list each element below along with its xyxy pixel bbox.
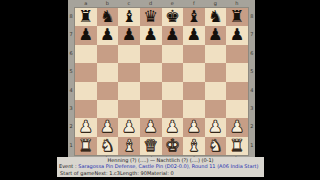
white-pawn-piece: ♟: [140, 118, 162, 136]
board-grid: ♜♞♝♛♚♝♞♜♟♟♟♟♟♟♟♟♟♟♟♟♟♟♟♟♜♞♝♛♚♝♞♜: [74, 7, 249, 156]
white-rook-piece: ♜: [75, 137, 97, 155]
square-b8[interactable]: ♞: [97, 8, 119, 26]
square-c4[interactable]: [118, 82, 140, 100]
chess-board-applet: abcdefgh 87654321 ♜♞♝♛♚♝♞♜♟♟♟♟♟♟♟♟♟♟♟♟♟♟…: [68, 0, 255, 157]
white-pawn-piece: ♟: [226, 118, 248, 136]
square-h4[interactable]: [226, 82, 248, 100]
square-d8[interactable]: ♛: [140, 8, 162, 26]
square-f8[interactable]: ♝: [183, 8, 205, 26]
square-g5[interactable]: [205, 63, 227, 81]
white-pawn-piece: ♟: [162, 118, 184, 136]
black-bishop-piece: ♝: [118, 8, 140, 26]
video-frame: abcdefgh 87654321 ♜♞♝♛♚♝♞♜♟♟♟♟♟♟♟♟♟♟♟♟♟♟…: [0, 0, 320, 180]
square-b3[interactable]: [97, 100, 119, 118]
square-f6[interactable]: [183, 45, 205, 63]
square-f2[interactable]: ♟: [183, 118, 205, 136]
game-info-caption: Henning (?) (....) — Nachtlich (?) (....…: [57, 157, 264, 177]
white-rook-piece: ♜: [226, 137, 248, 155]
black-rook-piece: ♜: [226, 8, 248, 26]
white-pawn-piece: ♟: [183, 118, 205, 136]
rank-label-3: 3: [249, 99, 255, 117]
square-b4[interactable]: [97, 82, 119, 100]
square-a8[interactable]: ♜: [75, 8, 97, 26]
square-f4[interactable]: [183, 82, 205, 100]
white-bishop-piece: ♝: [183, 137, 205, 155]
square-e8[interactable]: ♚: [162, 8, 184, 26]
square-d5[interactable]: [140, 63, 162, 81]
square-a1[interactable]: ♜: [75, 137, 97, 155]
black-knight-piece: ♞: [205, 8, 227, 26]
white-queen-piece: ♛: [140, 137, 162, 155]
file-label-f: f: [183, 0, 205, 7]
square-c8[interactable]: ♝: [118, 8, 140, 26]
file-labels-top: abcdefgh: [68, 0, 255, 7]
square-a2[interactable]: ♟: [75, 118, 97, 136]
square-g8[interactable]: ♞: [205, 8, 227, 26]
square-e4[interactable]: [162, 82, 184, 100]
square-b1[interactable]: ♞: [97, 137, 119, 155]
square-a3[interactable]: [75, 100, 97, 118]
white-pawn-piece: ♟: [97, 118, 119, 136]
rank-label-7: 7: [249, 25, 255, 43]
square-f5[interactable]: [183, 63, 205, 81]
square-a7[interactable]: ♟: [75, 26, 97, 44]
black-queen-piece: ♛: [140, 8, 162, 26]
black-pawn-piece: ♟: [118, 26, 140, 44]
square-b7[interactable]: ♟: [97, 26, 119, 44]
square-a6[interactable]: [75, 45, 97, 63]
square-h3[interactable]: [226, 100, 248, 118]
white-pawn-piece: ♟: [205, 118, 227, 136]
black-knight-piece: ♞: [97, 8, 119, 26]
square-h2[interactable]: ♟: [226, 118, 248, 136]
square-b2[interactable]: ♟: [97, 118, 119, 136]
black-pawn-piece: ♟: [205, 26, 227, 44]
square-d1[interactable]: ♛: [140, 137, 162, 155]
square-b5[interactable]: [97, 63, 119, 81]
square-c6[interactable]: [118, 45, 140, 63]
white-pawn-piece: ♟: [75, 118, 97, 136]
next-move-field: Next: 1.c3: [94, 170, 120, 176]
square-d6[interactable]: [140, 45, 162, 63]
black-king-piece: ♚: [162, 8, 184, 26]
white-knight-piece: ♞: [205, 137, 227, 155]
square-c3[interactable]: [118, 100, 140, 118]
square-c5[interactable]: [118, 63, 140, 81]
rank-label-4: 4: [249, 81, 255, 99]
square-e5[interactable]: [162, 63, 184, 81]
black-pawn-piece: ♟: [75, 26, 97, 44]
rank-label-6: 6: [249, 44, 255, 62]
square-e1[interactable]: ♚: [162, 137, 184, 155]
black-pawn-piece: ♟: [140, 26, 162, 44]
black-rook-piece: ♜: [75, 8, 97, 26]
file-label-c: c: [118, 0, 140, 7]
material-field: Material: 0: [147, 170, 174, 176]
square-b6[interactable]: [97, 45, 119, 63]
event-text: Saragossa Pin Defense, Castle Pin (D02-0…: [78, 163, 258, 169]
square-d4[interactable]: [140, 82, 162, 100]
white-pawn-piece: ♟: [118, 118, 140, 136]
square-d3[interactable]: [140, 100, 162, 118]
status-line: Start of game Next: 1.c3 Length: 90 Mate…: [57, 170, 264, 176]
black-pawn-piece: ♟: [97, 26, 119, 44]
square-g6[interactable]: [205, 45, 227, 63]
square-e3[interactable]: [162, 100, 184, 118]
white-king-piece: ♚: [162, 137, 184, 155]
square-a5[interactable]: [75, 63, 97, 81]
square-f3[interactable]: [183, 100, 205, 118]
square-d2[interactable]: ♟: [140, 118, 162, 136]
black-pawn-piece: ♟: [162, 26, 184, 44]
square-d7[interactable]: ♟: [140, 26, 162, 44]
black-bishop-piece: ♝: [183, 8, 205, 26]
square-h5[interactable]: [226, 63, 248, 81]
square-a4[interactable]: [75, 82, 97, 100]
square-g1[interactable]: ♞: [205, 137, 227, 155]
rank-label-5: 5: [249, 62, 255, 80]
square-h6[interactable]: [226, 45, 248, 63]
file-label-g: g: [205, 0, 227, 7]
square-e2[interactable]: ♟: [162, 118, 184, 136]
square-c7[interactable]: ♟: [118, 26, 140, 44]
square-e7[interactable]: ♟: [162, 26, 184, 44]
length-field: Length: 90: [120, 170, 147, 176]
white-bishop-piece: ♝: [118, 137, 140, 155]
file-label-d: d: [140, 0, 162, 7]
square-g2[interactable]: ♟: [205, 118, 227, 136]
file-label-e: e: [161, 0, 183, 7]
rank-label-2: 2: [249, 117, 255, 135]
square-h8[interactable]: ♜: [226, 8, 248, 26]
black-pawn-piece: ♟: [226, 26, 248, 44]
square-f1[interactable]: ♝: [183, 137, 205, 155]
square-g3[interactable]: [205, 100, 227, 118]
rank-labels-right: 87654321: [249, 7, 255, 156]
square-h7[interactable]: ♟: [226, 26, 248, 44]
rank-label-8: 8: [249, 7, 255, 25]
file-label-a: a: [75, 0, 97, 7]
square-g4[interactable]: [205, 82, 227, 100]
file-label-h: h: [226, 0, 248, 7]
status-field: Start of game: [60, 170, 94, 176]
event-label: Event :: [59, 163, 77, 169]
square-e6[interactable]: [162, 45, 184, 63]
rank-label-1: 1: [249, 136, 255, 154]
black-pawn-piece: ♟: [183, 26, 205, 44]
square-g7[interactable]: ♟: [205, 26, 227, 44]
white-knight-piece: ♞: [97, 137, 119, 155]
square-h1[interactable]: ♜: [226, 137, 248, 155]
square-c2[interactable]: ♟: [118, 118, 140, 136]
file-label-b: b: [97, 0, 119, 7]
square-f7[interactable]: ♟: [183, 26, 205, 44]
square-c1[interactable]: ♝: [118, 137, 140, 155]
